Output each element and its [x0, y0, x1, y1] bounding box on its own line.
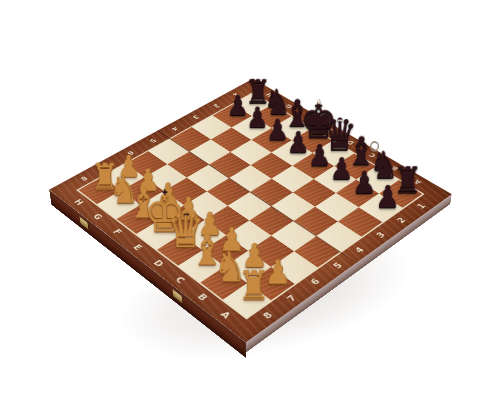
label-file-near-C: C [173, 275, 187, 285]
pawn-glyph: ♟ [375, 182, 400, 211]
crown-finial: ✚ [316, 99, 320, 106]
label-rank-right-8: 8 [261, 310, 275, 320]
label-file-near-D: D [151, 258, 166, 268]
label-rank-right-2: 2 [395, 216, 408, 225]
label-rank-right-1: 1 [415, 202, 428, 210]
chess-set-photo: ♜♟♟♜♞♟♟♞♝♟♟♝♚✚♟♟♚✚♛•••♟♟♛•••♝♟♟♝♞♟♟♞♜♟♟♜… [0, 0, 500, 400]
label-rank-right-6: 6 [308, 277, 322, 287]
label-file-near-F: F [111, 228, 124, 237]
black-pawn-a2[interactable]: ♟ [367, 182, 407, 211]
label-file-near-B: B [195, 292, 210, 302]
square-c4[interactable] [271, 192, 315, 221]
crown-finial: ✚ [162, 189, 166, 197]
board-3d: ♜♟♟♜♞♟♟♞♝♟♟♝♚✚♟♟♚✚♛•••♟♟♛•••♝♟♟♝♞♟♟♞♜♟♟♜… [49, 78, 452, 342]
crown-finial: ••• [183, 212, 189, 219]
board-frame: ♜♟♟♜♞♟♟♞♝♟♟♝♚✚♟♟♚✚♛•••♟♟♛•••♝♟♟♝♞♟♟♞♜♟♟♜… [49, 78, 452, 342]
label-rank-right-5: 5 [331, 261, 345, 271]
square-d4[interactable] [250, 179, 293, 207]
label-file-near-H: H [72, 198, 86, 207]
board-scene: ♜♟♟♜♞♟♟♞♝♟♟♝♚✚♟♟♚✚♛•••♟♟♛•••♝♟♟♝♞♟♟♞♜♟♟♜… [72, 14, 428, 370]
rook-glyph: ♜ [238, 267, 270, 305]
label-rank-left-3: 3 [191, 114, 200, 120]
label-rank-right-3: 3 [374, 231, 388, 240]
label-rank-left-4: 4 [170, 126, 179, 132]
white-rook-a8[interactable]: ♜ [232, 267, 275, 305]
playing-field: ♜♟♟♜♞♟♟♞♝♟♟♝♚✚♟♟♚✚♛•••♟♟♛•••♝♟♟♝♞♟♟♞♜♟♟♜ [76, 92, 424, 319]
board-grid: ♜♟♟♜♞♟♟♞♝♟♟♝♚✚♟♟♚✚♛•••♟♟♛•••♝♟♟♝♞♟♟♞♜♟♟♜ [78, 93, 422, 317]
label-rank-right-4: 4 [353, 245, 367, 254]
label-rank-right-7: 7 [285, 293, 299, 303]
label-rank-left-5: 5 [148, 138, 157, 144]
label-file-near-G: G [91, 212, 105, 221]
crown-finial: ••• [337, 118, 342, 124]
label-file-near-E: E [131, 243, 145, 252]
label-file-near-A: A [218, 310, 233, 321]
